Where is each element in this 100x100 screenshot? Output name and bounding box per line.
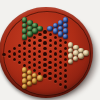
marble-green[interactable] <box>37 26 43 32</box>
marble-orange[interactable] <box>22 84 28 90</box>
marble-orange[interactable] <box>27 81 33 87</box>
marble-orange[interactable] <box>32 78 38 84</box>
marble-tan[interactable] <box>78 53 84 59</box>
marble-blue[interactable] <box>63 34 69 40</box>
marble-green[interactable] <box>22 34 28 40</box>
marble-green[interactable] <box>27 31 33 37</box>
marble-blue[interactable] <box>63 17 69 23</box>
photo-scene <box>0 0 100 100</box>
marble-orange[interactable] <box>37 75 43 81</box>
marble-green[interactable] <box>32 28 38 34</box>
marbles-layer <box>0 0 100 100</box>
marble-tan[interactable] <box>68 59 74 65</box>
marble-tan[interactable] <box>83 50 89 56</box>
marble-tan[interactable] <box>73 56 79 62</box>
marble-blue[interactable] <box>63 28 69 34</box>
